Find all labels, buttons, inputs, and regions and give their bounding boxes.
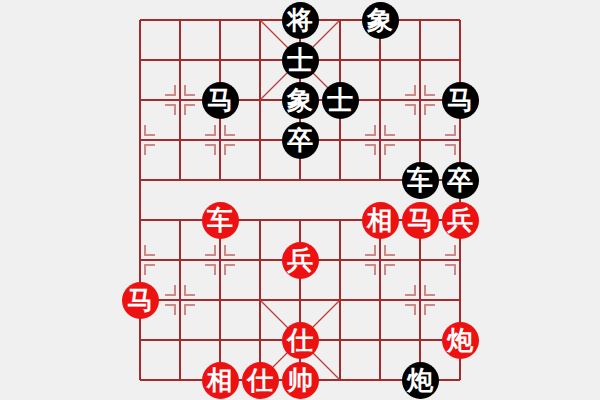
piece-red-elephant[interactable]: 相 xyxy=(202,362,239,399)
piece-red-soldier[interactable]: 兵 xyxy=(282,242,319,279)
piece-red-advisor[interactable]: 仕 xyxy=(242,362,279,399)
piece-red-chariot[interactable]: 车 xyxy=(202,202,239,239)
piece-black-advisor[interactable]: 士 xyxy=(322,82,359,119)
piece-black-elephant[interactable]: 象 xyxy=(282,82,319,119)
piece-red-advisor[interactable]: 仕 xyxy=(282,322,319,359)
piece-red-horse[interactable]: 马 xyxy=(402,202,439,239)
pieces-layer: 将象士马象士马卒车卒炮车相马兵兵马仕炮相仕帅 xyxy=(120,0,480,400)
piece-red-cannon[interactable]: 炮 xyxy=(442,322,479,359)
piece-red-horse[interactable]: 马 xyxy=(122,282,159,319)
piece-black-soldier[interactable]: 卒 xyxy=(282,122,319,159)
piece-black-horse[interactable]: 马 xyxy=(202,82,239,119)
piece-black-cannon[interactable]: 炮 xyxy=(402,362,439,399)
piece-black-soldier[interactable]: 卒 xyxy=(442,162,479,199)
app-background: 将象士马象士马卒车卒炮车相马兵兵马仕炮相仕帅 xyxy=(0,0,600,400)
piece-red-king[interactable]: 帅 xyxy=(282,362,319,399)
piece-black-elephant[interactable]: 象 xyxy=(362,2,399,39)
piece-black-general[interactable]: 将 xyxy=(282,2,319,39)
piece-black-horse[interactable]: 马 xyxy=(442,82,479,119)
piece-black-advisor[interactable]: 士 xyxy=(282,42,319,79)
xiangqi-board[interactable]: 将象士马象士马卒车卒炮车相马兵兵马仕炮相仕帅 xyxy=(120,0,480,400)
piece-red-elephant[interactable]: 相 xyxy=(362,202,399,239)
piece-red-soldier[interactable]: 兵 xyxy=(442,202,479,239)
piece-black-chariot[interactable]: 车 xyxy=(402,162,439,199)
